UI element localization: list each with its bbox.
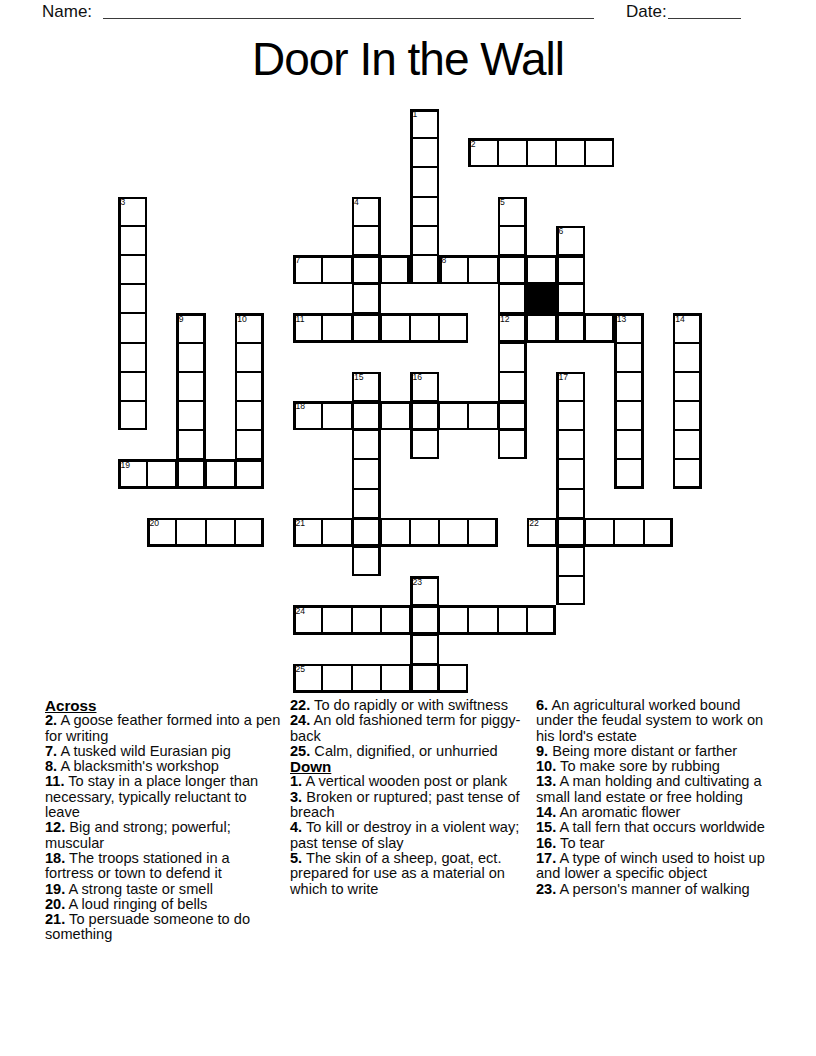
clue-text: A strong taste or smell	[65, 881, 213, 897]
grid-cell[interactable]	[176, 372, 205, 401]
clue-text: An aromatic flower	[556, 804, 680, 820]
clue-across-20: 20. A loud ringing of bells	[45, 897, 282, 912]
grid-cell[interactable]	[556, 459, 585, 488]
grid-cell[interactable]	[352, 313, 381, 342]
clue-down-14: 14. An aromatic flower	[536, 805, 765, 820]
grid-cell[interactable]	[498, 605, 527, 634]
cell-number: 10	[237, 315, 247, 324]
clue-number: 12.	[45, 819, 65, 835]
clue-number: 10.	[536, 758, 556, 774]
clue-text: An old fashioned term for piggy-back	[290, 712, 520, 743]
grid-cell[interactable]	[322, 664, 351, 693]
grid-cell[interactable]	[322, 313, 351, 342]
clue-number: 1.	[290, 773, 302, 789]
cell-number: 9	[179, 315, 184, 324]
grid-cell[interactable]	[118, 372, 147, 401]
clue-across-8: 8. A blacksmith's workshop	[45, 759, 282, 774]
clue-text: A tall fern that occurs worldwide	[556, 819, 764, 835]
grid-cell[interactable]	[322, 255, 351, 284]
grid-cell[interactable]	[614, 401, 643, 430]
clue-number: 23.	[536, 881, 556, 897]
grid-cell[interactable]	[410, 313, 439, 342]
clue-down-10: 10. To make sore by rubbing	[536, 759, 765, 774]
grid-cell[interactable]	[527, 255, 556, 284]
crossword-grid: 1234567891011121314151617181920212223242…	[0, 0, 816, 700]
grid-cell[interactable]	[410, 255, 439, 284]
clue-number: 14.	[536, 804, 556, 820]
clue-text: Broken or ruptured; past tense of breach	[290, 789, 520, 820]
grid-cell[interactable]	[556, 547, 585, 576]
clue-column-2: 22. To do rapidly or with swiftness24. A…	[290, 698, 527, 897]
grid-cell[interactable]	[235, 401, 264, 430]
clue-down-13: 13. A man holding and cultivating a smal…	[536, 774, 765, 805]
clue-text: Big and strong; powerful; muscular	[45, 819, 231, 850]
grid-cell[interactable]	[468, 255, 497, 284]
clue-number: 17.	[536, 850, 556, 866]
clue-across-18: 18. The troops stationed in a fortress o…	[45, 851, 282, 882]
cell-number: 24	[296, 607, 306, 616]
clue-text: The troops stationed in a fortress or to…	[45, 850, 230, 881]
clue-number: 3.	[290, 789, 302, 805]
clue-down-3: 3. Broken or ruptured; past tense of bre…	[290, 790, 527, 821]
grid-cell[interactable]	[498, 430, 527, 459]
clue-number: 18.	[45, 850, 65, 866]
grid-cell[interactable]	[176, 401, 205, 430]
clue-column-3: 6. An agricultural worked bound under th…	[536, 698, 765, 897]
grid-cell[interactable]	[410, 138, 439, 167]
clue-number: 9.	[536, 743, 548, 759]
grid-cell[interactable]	[556, 255, 585, 284]
grid-cell[interactable]	[439, 518, 468, 547]
clue-text: To stay in a place longer than necessary…	[45, 773, 258, 820]
clue-across-11: 11. To stay in a place longer than neces…	[45, 774, 282, 820]
clue-number: 8.	[45, 758, 57, 774]
cell-number: 3	[120, 198, 125, 207]
clue-across-19: 19. A strong taste or smell	[45, 882, 282, 897]
clue-across-2: 2. A goose feather formed into a pen for…	[45, 713, 282, 744]
clue-text: To kill or destroy in a violent way; pas…	[290, 819, 519, 850]
clue-number: 7.	[45, 743, 57, 759]
grid-cell[interactable]	[381, 664, 410, 693]
clue-number: 24.	[290, 712, 310, 728]
clue-text: A man holding and cultivating a small la…	[536, 773, 762, 804]
clue-number: 4.	[290, 819, 302, 835]
grid-cell[interactable]	[352, 664, 381, 693]
grid-cell[interactable]	[527, 605, 556, 634]
grid-cell[interactable]	[556, 284, 585, 313]
grid-cell[interactable]	[352, 605, 381, 634]
clue-number: 22.	[290, 697, 310, 713]
clue-across-12: 12. Big and strong; powerful; muscular	[45, 820, 282, 851]
grid-cell[interactable]	[556, 401, 585, 430]
cell-number: 7	[296, 256, 301, 265]
grid-cell[interactable]	[527, 313, 556, 342]
cell-number: 16	[412, 373, 422, 382]
grid-cell[interactable]	[381, 605, 410, 634]
grid-cell[interactable]	[176, 430, 205, 459]
clue-text: Being more distant or farther	[548, 743, 737, 759]
grid-cell[interactable]	[352, 284, 381, 313]
grid-cell[interactable]	[498, 343, 527, 372]
grid-cell[interactable]	[410, 518, 439, 547]
grid-cell[interactable]	[118, 401, 147, 430]
grid-cell[interactable]	[614, 430, 643, 459]
grid-cell[interactable]	[439, 401, 468, 430]
clue-number: 25.	[290, 743, 310, 759]
grid-cell[interactable]	[439, 605, 468, 634]
grid-cell[interactable]	[206, 459, 235, 488]
clue-down-17: 17. A type of winch used to hoist up and…	[536, 851, 765, 882]
grid-cell[interactable]	[614, 343, 643, 372]
clue-across-21: 21. To persuade someone to do something	[45, 912, 282, 943]
grid-cell[interactable]	[556, 576, 585, 605]
grid-cell[interactable]	[235, 459, 264, 488]
grid-cell[interactable]	[585, 518, 614, 547]
clue-across-7: 7. A tusked wild Eurasian pig	[45, 744, 282, 759]
grid-cell[interactable]	[322, 401, 351, 430]
cell-number: 12	[500, 315, 510, 324]
clue-number: 6.	[536, 697, 548, 713]
grid-cell[interactable]	[556, 430, 585, 459]
grid-cell[interactable]	[176, 343, 205, 372]
grid-cell[interactable]	[410, 167, 439, 196]
clue-text: To tear	[556, 835, 604, 851]
clue-down-23: 23. A person's manner of walking	[536, 882, 765, 897]
cell-number: 17	[558, 373, 568, 382]
grid-cell[interactable]	[673, 343, 702, 372]
clue-text: A loud ringing of bells	[65, 896, 207, 912]
grid-cell[interactable]	[556, 489, 585, 518]
clue-text: A vertical wooden post or plank	[302, 773, 507, 789]
grid-cell[interactable]	[614, 459, 643, 488]
grid-cell[interactable]	[468, 518, 497, 547]
cell-number: 14	[675, 315, 685, 324]
clue-text: A person's manner of walking	[556, 881, 749, 897]
grid-cell[interactable]	[673, 459, 702, 488]
clue-down-6: 6. An agricultural worked bound under th…	[536, 698, 765, 744]
clue-text: A type of winch used to hoist up and low…	[536, 850, 765, 881]
grid-cell[interactable]	[644, 518, 673, 547]
grid-cell[interactable]	[410, 197, 439, 226]
clue-number: 16.	[536, 835, 556, 851]
clue-down-1: 1. A vertical wooden post or plank	[290, 774, 527, 789]
grid-cell[interactable]	[235, 372, 264, 401]
cell-number: 2	[471, 140, 476, 149]
cell-number: 4	[354, 198, 359, 207]
grid-cell[interactable]	[673, 430, 702, 459]
grid-cell[interactable]	[381, 401, 410, 430]
grid-cell[interactable]	[498, 401, 527, 430]
clue-number: 13.	[536, 773, 556, 789]
cell-number: 19	[120, 461, 130, 470]
clue-number: 15.	[536, 819, 556, 835]
grid-cell[interactable]	[118, 343, 147, 372]
clue-text: A blacksmith's workshop	[57, 758, 219, 774]
clue-across-22: 22. To do rapidly or with swiftness	[290, 698, 527, 713]
cell-number: 23	[412, 578, 422, 587]
grid-cell[interactable]	[498, 138, 527, 167]
grid-cell[interactable]	[381, 313, 410, 342]
grid-cell[interactable]	[322, 518, 351, 547]
grid-cell[interactable]	[556, 138, 585, 167]
grid-cell[interactable]	[410, 401, 439, 430]
cell-number: 6	[558, 227, 563, 236]
clue-text: A goose feather formed into a pen for wr…	[45, 712, 280, 743]
grid-cell[interactable]	[498, 226, 527, 255]
grid-cell[interactable]	[352, 547, 381, 576]
clue-number: 19.	[45, 881, 65, 897]
grid-cell[interactable]	[352, 255, 381, 284]
grid-cell[interactable]	[556, 313, 585, 342]
grid-cell[interactable]	[176, 518, 205, 547]
cell-number: 1	[412, 110, 417, 119]
grid-cell[interactable]	[322, 605, 351, 634]
clue-down-16: 16. To tear	[536, 836, 765, 851]
grid-cell[interactable]	[614, 372, 643, 401]
clue-number: 2.	[45, 712, 57, 728]
clue-down-4: 4. To kill or destroy in a violent way; …	[290, 820, 527, 851]
grid-cell[interactable]	[585, 138, 614, 167]
grid-cell[interactable]	[206, 518, 235, 547]
clue-text: To make sore by rubbing	[556, 758, 720, 774]
clue-text: The skin of a sheep, goat, ect. prepared…	[290, 850, 505, 897]
grid-cell[interactable]	[352, 518, 381, 547]
grid-cell[interactable]	[439, 313, 468, 342]
black-cell	[527, 284, 556, 313]
cell-number: 21	[296, 519, 306, 528]
clue-across-25: 25. Calm, dignified, or unhurried	[290, 744, 527, 759]
grid-cell[interactable]	[468, 401, 497, 430]
grid-cell[interactable]	[352, 489, 381, 518]
cell-number: 13	[617, 315, 627, 324]
clue-across-24: 24. An old fashioned term for piggy-back	[290, 713, 527, 744]
clue-number: 11.	[45, 773, 64, 789]
clue-heading-across: Across	[45, 698, 282, 713]
grid-cell[interactable]	[118, 284, 147, 313]
clue-text: An agricultural worked bound under the f…	[536, 697, 763, 744]
grid-cell[interactable]	[235, 518, 264, 547]
clue-number: 5.	[290, 850, 302, 866]
grid-cell[interactable]	[410, 430, 439, 459]
grid-cell[interactable]	[381, 518, 410, 547]
clue-number: 21.	[45, 911, 65, 927]
grid-cell[interactable]	[556, 518, 585, 547]
clue-down-5: 5. The skin of a sheep, goat, ect. prepa…	[290, 851, 527, 897]
grid-cell[interactable]	[468, 605, 497, 634]
cell-number: 18	[296, 402, 306, 411]
grid-cell[interactable]	[410, 605, 439, 634]
grid-cell[interactable]	[498, 372, 527, 401]
grid-cell[interactable]	[673, 372, 702, 401]
clue-text: Calm, dignified, or unhurried	[310, 743, 497, 759]
grid-cell[interactable]	[235, 430, 264, 459]
grid-cell[interactable]	[381, 255, 410, 284]
clue-text: To persuade someone to do something	[45, 911, 250, 942]
grid-cell[interactable]	[410, 226, 439, 255]
grid-cell[interactable]	[118, 255, 147, 284]
grid-cell[interactable]	[352, 226, 381, 255]
grid-cell[interactable]	[352, 430, 381, 459]
grid-cell[interactable]	[118, 313, 147, 342]
clue-text: A tusked wild Eurasian pig	[57, 743, 231, 759]
clue-heading-down: Down	[290, 759, 527, 774]
cell-number: 15	[354, 373, 364, 382]
grid-cell[interactable]	[673, 401, 702, 430]
clue-number: 20.	[45, 896, 65, 912]
grid-cell[interactable]	[527, 138, 556, 167]
grid-cell[interactable]	[614, 518, 643, 547]
grid-cell[interactable]	[147, 459, 176, 488]
cell-number: 11	[296, 315, 305, 324]
cell-number: 20	[150, 519, 160, 528]
clue-column-1: Across2. A goose feather formed into a p…	[45, 698, 282, 943]
cell-number: 5	[500, 198, 505, 207]
cell-number: 25	[296, 665, 306, 674]
grid-cell[interactable]	[439, 664, 468, 693]
crossword-worksheet-page: Name: Date: Door In the Wall 12345678910…	[0, 0, 816, 1056]
clue-down-9: 9. Being more distant or farther	[536, 744, 765, 759]
cell-number: 8	[442, 256, 447, 265]
grid-cell[interactable]	[118, 226, 147, 255]
grid-cell[interactable]	[410, 635, 439, 664]
grid-cell[interactable]	[498, 255, 527, 284]
grid-cell[interactable]	[585, 313, 614, 342]
grid-cell[interactable]	[352, 401, 381, 430]
grid-cell[interactable]	[235, 343, 264, 372]
grid-cell[interactable]	[352, 459, 381, 488]
clue-text: To do rapidly or with swiftness	[310, 697, 508, 713]
grid-cell[interactable]	[410, 664, 439, 693]
grid-cell[interactable]	[176, 459, 205, 488]
grid-cell[interactable]	[498, 284, 527, 313]
cell-number: 22	[529, 519, 539, 528]
clue-down-15: 15. A tall fern that occurs worldwide	[536, 820, 765, 835]
